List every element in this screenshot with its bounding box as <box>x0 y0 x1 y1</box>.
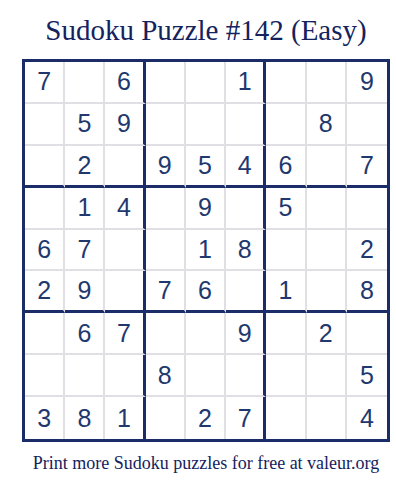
empty-cell-r4c6 <box>226 188 266 230</box>
empty-cell-r2c6 <box>226 104 266 146</box>
empty-cell-r8c7 <box>266 355 306 397</box>
given-cell-r9c6: 7 <box>226 397 266 439</box>
empty-cell-r7c5 <box>186 313 226 355</box>
empty-cell-r2c4 <box>146 104 186 146</box>
empty-cell-r9c4 <box>146 397 186 439</box>
given-cell-r4c3: 4 <box>105 188 145 230</box>
given-cell-r3c9: 7 <box>347 146 387 188</box>
empty-cell-r3c1 <box>25 146 65 188</box>
empty-cell-r1c2 <box>65 62 105 104</box>
empty-cell-r7c9 <box>347 313 387 355</box>
empty-cell-r5c3 <box>105 230 145 272</box>
empty-cell-r3c3 <box>105 146 145 188</box>
given-cell-r1c3: 6 <box>105 62 145 104</box>
empty-cell-r6c6 <box>226 271 266 313</box>
given-cell-r9c2: 8 <box>65 397 105 439</box>
empty-cell-r5c7 <box>266 230 306 272</box>
given-cell-r4c5: 9 <box>186 188 226 230</box>
given-cell-r5c6: 8 <box>226 230 266 272</box>
given-cell-r3c7: 6 <box>266 146 306 188</box>
empty-cell-r4c4 <box>146 188 186 230</box>
given-cell-r8c4: 8 <box>146 355 186 397</box>
given-cell-r3c6: 4 <box>226 146 266 188</box>
empty-cell-r2c1 <box>25 104 65 146</box>
given-cell-r6c9: 8 <box>347 271 387 313</box>
empty-cell-r5c8 <box>307 230 347 272</box>
empty-cell-r8c2 <box>65 355 105 397</box>
empty-cell-r6c3 <box>105 271 145 313</box>
empty-cell-r3c8 <box>307 146 347 188</box>
given-cell-r5c9: 2 <box>347 230 387 272</box>
empty-cell-r8c6 <box>226 355 266 397</box>
empty-cell-r4c9 <box>347 188 387 230</box>
empty-cell-r2c7 <box>266 104 306 146</box>
given-cell-r6c2: 9 <box>65 271 105 313</box>
given-cell-r2c3: 9 <box>105 104 145 146</box>
given-cell-r9c5: 2 <box>186 397 226 439</box>
given-cell-r6c4: 7 <box>146 271 186 313</box>
given-cell-r1c1: 7 <box>25 62 65 104</box>
given-cell-r3c5: 5 <box>186 146 226 188</box>
footer-text: Print more Sudoku puzzles for free at va… <box>22 453 390 474</box>
given-cell-r4c7: 5 <box>266 188 306 230</box>
empty-cell-r7c4 <box>146 313 186 355</box>
given-cell-r2c8: 8 <box>307 104 347 146</box>
given-cell-r9c9: 4 <box>347 397 387 439</box>
empty-cell-r8c3 <box>105 355 145 397</box>
empty-cell-r8c8 <box>307 355 347 397</box>
empty-cell-r1c7 <box>266 62 306 104</box>
given-cell-r8c9: 5 <box>347 355 387 397</box>
given-cell-r7c6: 9 <box>226 313 266 355</box>
given-cell-r7c8: 2 <box>307 313 347 355</box>
given-cell-r6c5: 6 <box>186 271 226 313</box>
empty-cell-r4c1 <box>25 188 65 230</box>
given-cell-r5c5: 1 <box>186 230 226 272</box>
given-cell-r3c2: 2 <box>65 146 105 188</box>
empty-cell-r7c7 <box>266 313 306 355</box>
given-cell-r6c7: 1 <box>266 271 306 313</box>
empty-cell-r1c5 <box>186 62 226 104</box>
given-cell-r7c3: 7 <box>105 313 145 355</box>
given-cell-r9c3: 1 <box>105 397 145 439</box>
given-cell-r1c6: 1 <box>226 62 266 104</box>
empty-cell-r9c7 <box>266 397 306 439</box>
empty-cell-r2c5 <box>186 104 226 146</box>
page-title: Sudoku Puzzle #142 (Easy) <box>22 13 390 47</box>
given-cell-r1c9: 9 <box>347 62 387 104</box>
empty-cell-r7c1 <box>25 313 65 355</box>
empty-cell-r8c1 <box>25 355 65 397</box>
given-cell-r9c1: 3 <box>25 397 65 439</box>
empty-cell-r5c4 <box>146 230 186 272</box>
given-cell-r2c2: 5 <box>65 104 105 146</box>
empty-cell-r4c8 <box>307 188 347 230</box>
given-cell-r3c4: 9 <box>146 146 186 188</box>
sudoku-page: Sudoku Puzzle #142 (Easy) 76195982954671… <box>0 0 390 474</box>
empty-cell-r1c8 <box>307 62 347 104</box>
sudoku-board: 7619598295467149567182297618679285381274 <box>22 59 390 442</box>
empty-cell-r8c5 <box>186 355 226 397</box>
given-cell-r7c2: 6 <box>65 313 105 355</box>
given-cell-r4c2: 1 <box>65 188 105 230</box>
given-cell-r5c2: 7 <box>65 230 105 272</box>
empty-cell-r1c4 <box>146 62 186 104</box>
empty-cell-r6c8 <box>307 271 347 313</box>
given-cell-r5c1: 6 <box>25 230 65 272</box>
empty-cell-r2c9 <box>347 104 387 146</box>
given-cell-r6c1: 2 <box>25 271 65 313</box>
empty-cell-r9c8 <box>307 397 347 439</box>
